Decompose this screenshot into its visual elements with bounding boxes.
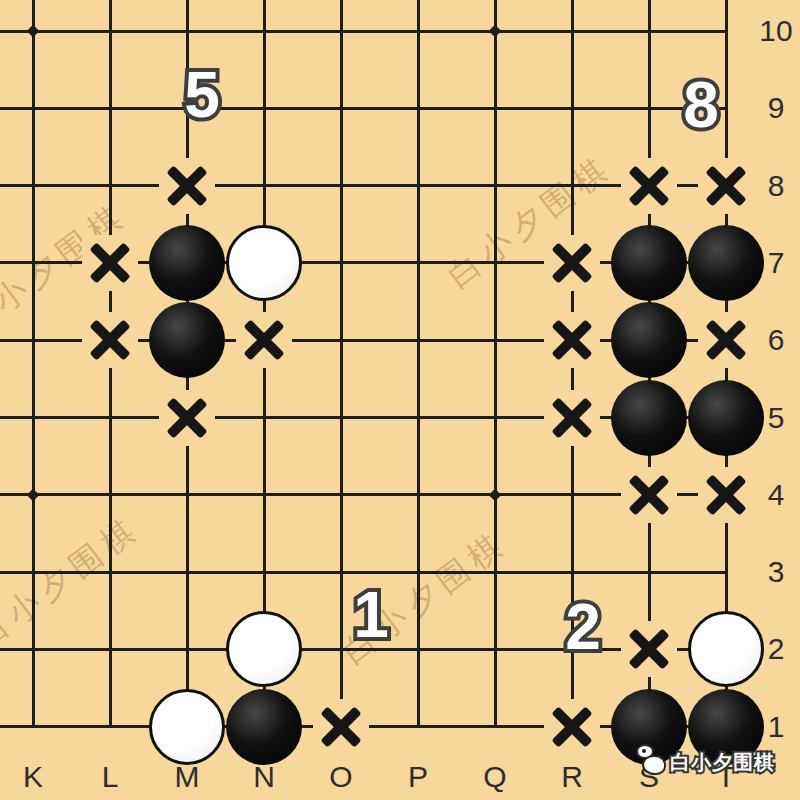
x-mark	[623, 469, 675, 521]
x-mark	[161, 160, 213, 212]
brand-logo-text: 白小夕围棋	[670, 752, 775, 772]
board-overlay: KLMNOPQRST109876543215812	[0, 0, 800, 800]
star-point	[27, 488, 40, 501]
black-stone	[611, 225, 687, 301]
x-mark	[238, 314, 290, 366]
x-mark	[546, 237, 598, 289]
x-mark	[84, 314, 136, 366]
row-label: 4	[768, 478, 785, 512]
black-stone	[611, 380, 687, 456]
panda-icon	[630, 742, 670, 782]
x-mark	[623, 623, 675, 675]
column-label: M	[175, 760, 200, 794]
black-stone	[149, 225, 225, 301]
x-mark	[161, 392, 213, 444]
white-stone	[149, 689, 225, 765]
x-mark	[315, 701, 367, 753]
white-stone	[226, 611, 302, 687]
black-stone	[688, 380, 764, 456]
column-label: O	[329, 760, 352, 794]
x-mark	[700, 160, 752, 212]
x-mark	[546, 314, 598, 366]
black-stone	[149, 302, 225, 378]
row-label: 9	[768, 91, 785, 125]
row-label: 7	[768, 246, 785, 280]
black-stone	[226, 689, 302, 765]
row-label: 2	[768, 632, 785, 666]
x-mark	[623, 160, 675, 212]
problem-number: 8	[683, 73, 719, 137]
white-stone	[688, 611, 764, 687]
column-label: P	[408, 760, 428, 794]
black-stone	[611, 302, 687, 378]
row-label: 3	[768, 555, 785, 589]
x-mark	[84, 237, 136, 289]
column-label: L	[102, 760, 119, 794]
go-board-diagram: 白小夕围棋白小夕围棋白小夕围棋白小夕围棋 KLMNOPQRST109876543…	[0, 0, 800, 800]
x-mark	[546, 701, 598, 753]
column-label: Q	[483, 760, 506, 794]
black-stone	[688, 225, 764, 301]
x-mark	[700, 469, 752, 521]
star-point	[489, 25, 502, 38]
row-label: 8	[768, 169, 785, 203]
row-label: 6	[768, 323, 785, 357]
problem-number: 5	[184, 63, 220, 127]
row-label: 10	[759, 14, 792, 48]
row-label: 5	[768, 401, 785, 435]
column-label: N	[253, 760, 275, 794]
x-mark	[700, 314, 752, 366]
problem-number: 1	[353, 583, 389, 647]
x-mark	[546, 392, 598, 444]
white-stone	[226, 225, 302, 301]
row-label: 1	[768, 710, 785, 744]
brand-logo: 白小夕围棋	[630, 742, 775, 782]
column-label: R	[561, 760, 583, 794]
problem-number: 2	[565, 595, 601, 659]
column-label: K	[23, 760, 43, 794]
star-point	[27, 25, 40, 38]
star-point	[489, 488, 502, 501]
